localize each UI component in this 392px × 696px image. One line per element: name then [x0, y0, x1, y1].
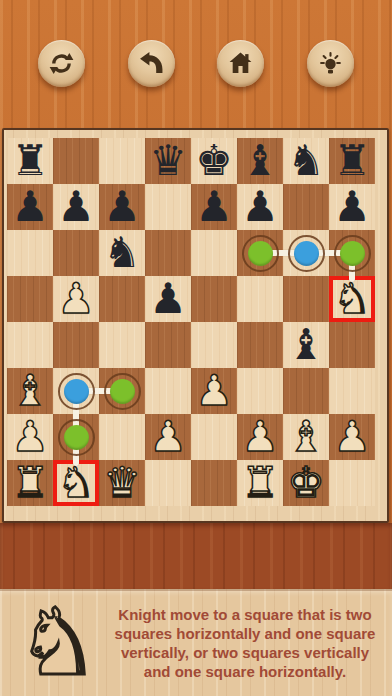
- piece-white-rook: ♜: [241, 460, 279, 506]
- piece-white-pawn: ♟: [57, 276, 95, 322]
- piece-black-knight: ♞: [103, 230, 141, 276]
- undo-button[interactable]: [128, 40, 175, 87]
- piece-white-knight: ♞: [333, 276, 371, 322]
- piece-white-pawn: ♟: [241, 414, 279, 460]
- square-g3[interactable]: [283, 368, 329, 414]
- toolbar: [0, 40, 392, 87]
- square-f8[interactable]: ♝: [237, 138, 283, 184]
- square-d3[interactable]: [145, 368, 191, 414]
- square-d6[interactable]: [145, 230, 191, 276]
- square-e6[interactable]: [191, 230, 237, 276]
- square-d4[interactable]: [145, 322, 191, 368]
- piece-black-bishop: ♝: [287, 322, 325, 368]
- piece-black-king: ♚: [195, 138, 233, 184]
- square-f2[interactable]: ♟: [237, 414, 283, 460]
- move-dot-f6[interactable]: [242, 235, 279, 272]
- square-g8[interactable]: ♞: [283, 138, 329, 184]
- square-c7[interactable]: ♟: [99, 184, 145, 230]
- knight-icon: ♞: [8, 593, 108, 693]
- square-a8[interactable]: ♜: [7, 138, 53, 184]
- square-h2[interactable]: ♟: [329, 414, 375, 460]
- square-a7[interactable]: ♟: [7, 184, 53, 230]
- blue-dot: [294, 241, 319, 266]
- move-dot-b2[interactable]: [58, 419, 95, 456]
- square-d5[interactable]: ♟: [145, 276, 191, 322]
- piece-white-rook: ♜: [11, 460, 49, 506]
- square-g1[interactable]: ♚: [283, 460, 329, 506]
- square-f1[interactable]: ♜: [237, 460, 283, 506]
- tutorial-text: Knight move to a square that is two squa…: [108, 605, 382, 681]
- chess-board: ♜♛♚♝♞♜♟♟♟♟♟♟♞♟♟♞♝♝♟♟♟♟♝♟♜♞♛♜♚: [2, 128, 389, 523]
- move-dot-b3[interactable]: [58, 373, 95, 410]
- piece-black-pawn: ♟: [241, 184, 279, 230]
- square-g4[interactable]: ♝: [283, 322, 329, 368]
- piece-white-pawn: ♟: [333, 414, 371, 460]
- piece-black-pawn: ♟: [57, 184, 95, 230]
- square-d2[interactable]: ♟: [145, 414, 191, 460]
- hint-icon: [318, 51, 343, 76]
- piece-white-pawn: ♟: [195, 368, 233, 414]
- square-e4[interactable]: [191, 322, 237, 368]
- square-e5[interactable]: [191, 276, 237, 322]
- square-g2[interactable]: ♝: [283, 414, 329, 460]
- piece-white-queen: ♛: [103, 460, 141, 506]
- square-c8[interactable]: [99, 138, 145, 184]
- square-a3[interactable]: ♝: [7, 368, 53, 414]
- square-e1[interactable]: [191, 460, 237, 506]
- square-e3[interactable]: ♟: [191, 368, 237, 414]
- restart-button[interactable]: [38, 40, 85, 87]
- square-c5[interactable]: [99, 276, 145, 322]
- square-b1[interactable]: ♞: [53, 460, 99, 506]
- tutorial-panel: ♞ Knight move to a square that is two sq…: [0, 589, 392, 696]
- home-icon: [228, 51, 253, 76]
- square-c6[interactable]: ♞: [99, 230, 145, 276]
- move-dot-c3[interactable]: [104, 373, 141, 410]
- square-h7[interactable]: ♟: [329, 184, 375, 230]
- piece-black-pawn: ♟: [195, 184, 233, 230]
- square-f3[interactable]: [237, 368, 283, 414]
- piece-black-pawn: ♟: [103, 184, 141, 230]
- board-squares: ♜♛♚♝♞♜♟♟♟♟♟♟♞♟♟♞♝♝♟♟♟♟♝♟♜♞♛♜♚: [7, 138, 375, 506]
- home-button[interactable]: [217, 40, 264, 87]
- piece-white-pawn: ♟: [149, 414, 187, 460]
- piece-black-queen: ♛: [149, 138, 187, 184]
- piece-black-pawn: ♟: [149, 276, 187, 322]
- square-c2[interactable]: [99, 414, 145, 460]
- hint-button[interactable]: [307, 40, 354, 87]
- square-b6[interactable]: [53, 230, 99, 276]
- piece-white-bishop: ♝: [287, 414, 325, 460]
- square-a1[interactable]: ♜: [7, 460, 53, 506]
- square-b5[interactable]: ♟: [53, 276, 99, 322]
- green-dot: [248, 241, 273, 266]
- green-dot: [340, 241, 365, 266]
- square-d1[interactable]: [145, 460, 191, 506]
- piece-black-pawn: ♟: [11, 184, 49, 230]
- piece-white-bishop: ♝: [11, 368, 49, 414]
- piece-black-rook: ♜: [333, 138, 371, 184]
- square-a2[interactable]: ♟: [7, 414, 53, 460]
- square-c1[interactable]: ♛: [99, 460, 145, 506]
- move-dot-h6[interactable]: [334, 235, 371, 272]
- piece-black-rook: ♜: [11, 138, 49, 184]
- piece-white-knight: ♞: [57, 460, 95, 506]
- wood-divider: [0, 523, 392, 589]
- square-h8[interactable]: ♜: [329, 138, 375, 184]
- square-f7[interactable]: ♟: [237, 184, 283, 230]
- piece-black-bishop: ♝: [241, 138, 279, 184]
- square-h4[interactable]: [329, 322, 375, 368]
- blue-dot: [64, 379, 89, 404]
- piece-black-knight: ♞: [287, 138, 325, 184]
- square-h5[interactable]: ♞: [329, 276, 375, 322]
- square-f5[interactable]: [237, 276, 283, 322]
- square-e7[interactable]: ♟: [191, 184, 237, 230]
- square-f4[interactable]: [237, 322, 283, 368]
- square-d7[interactable]: [145, 184, 191, 230]
- square-b4[interactable]: [53, 322, 99, 368]
- move-dot-g6[interactable]: [288, 235, 325, 272]
- square-h3[interactable]: [329, 368, 375, 414]
- undo-icon: [139, 51, 164, 76]
- green-dot: [110, 379, 135, 404]
- square-g7[interactable]: [283, 184, 329, 230]
- square-e8[interactable]: ♚: [191, 138, 237, 184]
- square-b7[interactable]: ♟: [53, 184, 99, 230]
- piece-black-pawn: ♟: [333, 184, 371, 230]
- square-e2[interactable]: [191, 414, 237, 460]
- square-d8[interactable]: ♛: [145, 138, 191, 184]
- piece-white-pawn: ♟: [11, 414, 49, 460]
- green-dot: [64, 425, 89, 450]
- square-a6[interactable]: [7, 230, 53, 276]
- square-g5[interactable]: [283, 276, 329, 322]
- square-h1[interactable]: [329, 460, 375, 506]
- piece-white-king: ♚: [287, 460, 325, 506]
- restart-icon: [49, 51, 74, 76]
- square-a5[interactable]: [7, 276, 53, 322]
- square-a4[interactable]: [7, 322, 53, 368]
- square-c4[interactable]: [99, 322, 145, 368]
- square-b8[interactable]: [53, 138, 99, 184]
